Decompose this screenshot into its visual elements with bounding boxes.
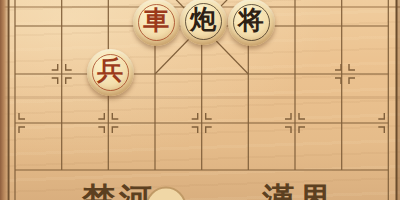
piece-red-chariot[interactable]: 車	[133, 0, 180, 46]
board-left-edge-shadow	[0, 0, 9, 200]
river-label-right: 漢界	[261, 182, 336, 200]
piece-glyph: 兵	[97, 58, 123, 84]
river-label-left: 楚河	[81, 182, 156, 200]
piece-glyph: 車	[143, 8, 169, 34]
piece-red-soldier[interactable]: 兵	[87, 49, 134, 96]
xiangqi-board[interactable]: 楚河 漢界 車 炮 将 兵	[0, 0, 400, 200]
piece-black-cannon[interactable]: 炮	[180, 0, 227, 45]
piece-glyph: 炮	[190, 7, 216, 33]
piece-glyph: 将	[238, 8, 264, 34]
piece-black-general[interactable]: 将	[228, 0, 275, 46]
